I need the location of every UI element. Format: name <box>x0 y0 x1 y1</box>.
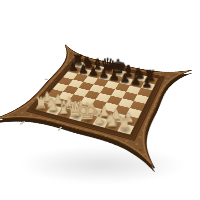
piece-black-pawn: ♟ <box>119 72 130 84</box>
piece-black-pawn: ♟ <box>130 74 141 86</box>
piece-black-pawn: ♟ <box>68 61 78 72</box>
piece-black-pawn: ♟ <box>88 65 98 77</box>
piece-black-pawn: ♟ <box>109 70 120 82</box>
piece-black-pawn: ♟ <box>141 77 152 89</box>
square-e5 <box>100 87 115 96</box>
piece-black-pawn: ♟ <box>78 63 88 75</box>
piece-black-pawn: ♟ <box>98 67 109 79</box>
piece-white-rook: ♜ <box>116 115 131 132</box>
latch-pin <box>44 78 49 80</box>
product-photo: ♜♞♝♛♚♝♞♜♟♟♟♟♟♟♟♟♟♟♟♟♟♟♟♟♜♞♝♛♚♝♞♜ <box>0 0 200 200</box>
